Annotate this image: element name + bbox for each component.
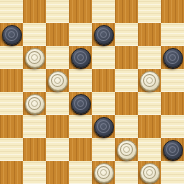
square-b5	[23, 69, 46, 92]
square-b1	[23, 161, 46, 184]
piece-rim-ring	[97, 120, 110, 133]
piece-rim-ring	[166, 143, 179, 156]
square-a3[interactable]	[0, 115, 23, 138]
square-d2[interactable]	[69, 138, 92, 161]
square-f4[interactable]	[115, 92, 138, 115]
square-d6[interactable]: ⛂	[69, 46, 92, 69]
square-h8[interactable]	[161, 0, 184, 23]
piece-center-ring	[31, 54, 38, 61]
square-f7	[115, 23, 138, 46]
white-man-g5[interactable]: ⛀	[140, 71, 160, 91]
piece-center-ring	[169, 54, 176, 61]
square-h6[interactable]: ⛂	[161, 46, 184, 69]
piece-center-ring	[100, 31, 107, 38]
piece-rim-ring	[5, 28, 18, 41]
square-g7[interactable]	[138, 23, 161, 46]
black-man-e7[interactable]: ⛂	[94, 25, 114, 45]
piece-center-ring	[100, 123, 107, 130]
piece-rim-ring	[143, 166, 156, 179]
piece-rim-ring	[28, 51, 41, 64]
white-man-b4[interactable]: ⛀	[25, 94, 45, 114]
piece-rim-ring	[97, 166, 110, 179]
square-b2[interactable]	[23, 138, 46, 161]
square-d5	[69, 69, 92, 92]
square-e8	[92, 0, 115, 23]
square-b6[interactable]: ⛀	[23, 46, 46, 69]
square-b4[interactable]: ⛀	[23, 92, 46, 115]
black-man-a7[interactable]: ⛂	[2, 25, 22, 45]
square-c2	[46, 138, 69, 161]
square-g2	[138, 138, 161, 161]
square-c1[interactable]	[46, 161, 69, 184]
piece-center-ring	[123, 146, 130, 153]
piece-rim-ring	[97, 28, 110, 41]
piece-center-ring	[54, 77, 61, 84]
square-h5	[161, 69, 184, 92]
square-g1[interactable]: ⛀	[138, 161, 161, 184]
black-man-h6[interactable]: ⛂	[163, 48, 183, 68]
square-h4[interactable]	[161, 92, 184, 115]
white-man-g1[interactable]: ⛀	[140, 163, 160, 183]
square-f6[interactable]	[115, 46, 138, 69]
square-d3	[69, 115, 92, 138]
piece-rim-ring	[143, 74, 156, 87]
piece-center-ring	[146, 77, 153, 84]
square-a6	[0, 46, 23, 69]
square-d7	[69, 23, 92, 46]
square-c8	[46, 0, 69, 23]
white-man-c5[interactable]: ⛀	[48, 71, 68, 91]
square-a7[interactable]: ⛂	[0, 23, 23, 46]
piece-center-ring	[77, 100, 84, 107]
white-man-e1[interactable]: ⛀	[94, 163, 114, 183]
square-a1[interactable]	[0, 161, 23, 184]
piece-rim-ring	[120, 143, 133, 156]
piece-center-ring	[100, 169, 107, 176]
square-h1	[161, 161, 184, 184]
square-e7[interactable]: ⛂	[92, 23, 115, 46]
square-e6	[92, 46, 115, 69]
square-b3	[23, 115, 46, 138]
piece-center-ring	[8, 31, 15, 38]
square-a8	[0, 0, 23, 23]
square-b8[interactable]	[23, 0, 46, 23]
square-e2	[92, 138, 115, 161]
square-g4	[138, 92, 161, 115]
square-a5[interactable]	[0, 69, 23, 92]
square-a4	[0, 92, 23, 115]
piece-rim-ring	[74, 51, 87, 64]
square-c5[interactable]: ⛀	[46, 69, 69, 92]
black-man-e3[interactable]: ⛂	[94, 117, 114, 137]
square-c4	[46, 92, 69, 115]
piece-center-ring	[31, 100, 38, 107]
square-e5[interactable]	[92, 69, 115, 92]
white-man-f2[interactable]: ⛀	[117, 140, 137, 160]
square-d1	[69, 161, 92, 184]
square-h7	[161, 23, 184, 46]
square-f5	[115, 69, 138, 92]
piece-rim-ring	[28, 97, 41, 110]
square-c6	[46, 46, 69, 69]
checkers-board: ⛂⛂⛀⛂⛂⛀⛀⛀⛂⛂⛀⛂⛀⛀	[0, 0, 184, 184]
square-e3[interactable]: ⛂	[92, 115, 115, 138]
black-man-d4[interactable]: ⛂	[71, 94, 91, 114]
piece-rim-ring	[166, 51, 179, 64]
square-f3	[115, 115, 138, 138]
square-d4[interactable]: ⛂	[69, 92, 92, 115]
square-c7[interactable]	[46, 23, 69, 46]
square-g8	[138, 0, 161, 23]
piece-rim-ring	[74, 97, 87, 110]
black-man-d6[interactable]: ⛂	[71, 48, 91, 68]
square-e1[interactable]: ⛀	[92, 161, 115, 184]
square-b7	[23, 23, 46, 46]
square-h2[interactable]: ⛂	[161, 138, 184, 161]
square-d8[interactable]	[69, 0, 92, 23]
square-g3[interactable]	[138, 115, 161, 138]
square-f2[interactable]: ⛀	[115, 138, 138, 161]
piece-rim-ring	[51, 74, 64, 87]
piece-center-ring	[169, 146, 176, 153]
square-f8[interactable]	[115, 0, 138, 23]
square-a2	[0, 138, 23, 161]
square-c3[interactable]	[46, 115, 69, 138]
square-e4	[92, 92, 115, 115]
white-man-b6[interactable]: ⛀	[25, 48, 45, 68]
square-h3	[161, 115, 184, 138]
piece-center-ring	[77, 54, 84, 61]
square-g5[interactable]: ⛀	[138, 69, 161, 92]
piece-center-ring	[146, 169, 153, 176]
black-man-h2[interactable]: ⛂	[163, 140, 183, 160]
square-f1	[115, 161, 138, 184]
square-g6	[138, 46, 161, 69]
